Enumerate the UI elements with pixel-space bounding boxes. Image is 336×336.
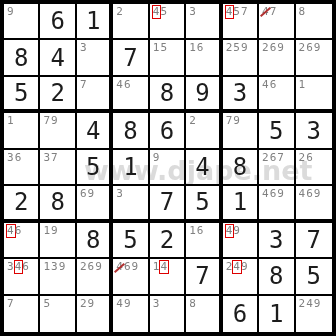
pencil-marks: 9 bbox=[7, 6, 15, 18]
pencil-mark: 5 bbox=[160, 6, 168, 18]
pencil-mark: 4 bbox=[299, 188, 307, 200]
cell-r8c2[interactable]: 139 bbox=[40, 259, 76, 295]
pencil-marks: 36 bbox=[7, 152, 22, 164]
pencil-mark-eliminated: 4 bbox=[262, 6, 270, 18]
cell-r4c5[interactable]: 6 bbox=[150, 113, 186, 149]
pencil-mark: 5 bbox=[43, 298, 51, 310]
cell-r1c9[interactable]: 8 bbox=[296, 4, 332, 40]
cell-r4c6[interactable]: 2 bbox=[186, 113, 222, 149]
cell-r4c4[interactable]: 8 bbox=[113, 113, 149, 149]
pencil-mark: 9 bbox=[88, 298, 96, 310]
pencil-mark: 3 bbox=[51, 261, 59, 273]
pencil-marks: 46 bbox=[7, 225, 22, 237]
pencil-mark: 9 bbox=[124, 298, 132, 310]
pencil-mark: 9 bbox=[314, 298, 322, 310]
cell-r6c7[interactable]: 1 bbox=[223, 186, 259, 222]
solved-digit: 1 bbox=[259, 296, 293, 332]
pencil-mark: 2 bbox=[80, 261, 88, 273]
cell-r8c3[interactable]: 269 bbox=[77, 259, 113, 295]
pencil-mark-eliminated: 4 bbox=[116, 261, 124, 273]
pencil-marks: 79 bbox=[226, 115, 241, 127]
pencil-marks: 469 bbox=[299, 188, 322, 200]
pencil-mark: 2 bbox=[116, 6, 124, 18]
pencil-mark: 9 bbox=[277, 42, 285, 54]
pencil-mark-highlighted: 4 bbox=[233, 261, 241, 273]
pencil-mark: 1 bbox=[189, 225, 197, 237]
pencil-mark: 3 bbox=[43, 152, 51, 164]
pencil-mark: 6 bbox=[270, 188, 278, 200]
cell-r1c1[interactable]: 9 bbox=[4, 4, 40, 40]
pencil-mark: 3 bbox=[7, 152, 15, 164]
pencil-marks: 1 bbox=[7, 115, 15, 127]
pencil-mark: 6 bbox=[15, 225, 23, 237]
pencil-mark: 2 bbox=[299, 42, 307, 54]
cell-r4c1[interactable]: 1 bbox=[4, 113, 40, 149]
pencil-mark: 4 bbox=[262, 79, 270, 91]
solved-digit: 8 bbox=[40, 186, 74, 218]
solved-digit: 2 bbox=[4, 186, 38, 218]
cell-r8c8[interactable]: 8 bbox=[259, 259, 295, 295]
pencil-mark: 9 bbox=[314, 42, 322, 54]
pencil-mark: 3 bbox=[7, 261, 15, 273]
pencil-marks: 46 bbox=[262, 79, 277, 91]
pencil-marks: 29 bbox=[80, 298, 95, 310]
pencil-marks: 14 bbox=[153, 261, 168, 273]
cell-r3c8[interactable]: 46 bbox=[259, 77, 295, 113]
pencil-mark: 6 bbox=[306, 152, 314, 164]
pencil-mark: 6 bbox=[88, 261, 96, 273]
pencil-mark-highlighted: 4 bbox=[7, 225, 15, 237]
pencil-mark: 7 bbox=[43, 115, 51, 127]
cell-r3c7[interactable]: 3 bbox=[223, 77, 259, 113]
pencil-mark: 9 bbox=[233, 225, 241, 237]
pencil-mark-highlighted: 4 bbox=[153, 6, 161, 18]
pencil-marks: 469 bbox=[116, 261, 139, 273]
sudoku-board: 9612453457478843715162592692695274689346… bbox=[0, 0, 336, 336]
cell-r9c8[interactable]: 1 bbox=[259, 296, 295, 332]
solved-digit: 5 bbox=[186, 186, 218, 218]
cell-r1c3[interactable]: 1 bbox=[77, 4, 113, 40]
cell-r8c5[interactable]: 14 bbox=[150, 259, 186, 295]
cell-r8c7[interactable]: 249 bbox=[223, 259, 259, 295]
cell-r5c6[interactable]: 4 bbox=[186, 150, 222, 186]
solved-digit: 3 bbox=[259, 223, 293, 257]
cell-r7c5[interactable]: 2 bbox=[150, 223, 186, 259]
solved-digit: 5 bbox=[296, 259, 332, 293]
cell-r7c8[interactable]: 3 bbox=[259, 223, 295, 259]
pencil-mark: 4 bbox=[116, 79, 124, 91]
pencil-marks: 49 bbox=[226, 225, 241, 237]
pencil-mark: 7 bbox=[226, 115, 234, 127]
solved-digit: 4 bbox=[40, 40, 74, 74]
pencil-mark: 7 bbox=[241, 6, 249, 18]
cell-r2c2[interactable]: 4 bbox=[40, 40, 76, 76]
pencil-mark: 4 bbox=[262, 188, 270, 200]
pencil-marks: 45 bbox=[153, 6, 168, 18]
cell-r5c7[interactable]: 8 bbox=[223, 150, 259, 186]
pencil-marks: 269 bbox=[262, 42, 285, 54]
pencil-mark: 6 bbox=[306, 42, 314, 54]
pencil-marks: 16 bbox=[189, 225, 204, 237]
pencil-marks: 3 bbox=[153, 298, 161, 310]
pencil-mark: 6 bbox=[15, 152, 23, 164]
cell-r5c8[interactable]: 267 bbox=[259, 150, 295, 186]
pencil-mark: 6 bbox=[197, 42, 205, 54]
solved-digit: 8 bbox=[150, 77, 184, 109]
solved-digit: 2 bbox=[150, 223, 184, 257]
pencil-mark: 2 bbox=[262, 42, 270, 54]
sudoku-grid: 9612453457478843715162592692695274689346… bbox=[4, 4, 332, 332]
pencil-mark: 4 bbox=[116, 298, 124, 310]
pencil-mark: 4 bbox=[306, 298, 314, 310]
pencil-marks: 7 bbox=[7, 298, 15, 310]
cell-r6c1[interactable]: 2 bbox=[4, 186, 40, 222]
cell-r9c6[interactable]: 8 bbox=[186, 296, 222, 332]
pencil-mark: 7 bbox=[270, 6, 278, 18]
pencil-mark: 7 bbox=[51, 152, 59, 164]
pencil-marks: 269 bbox=[299, 42, 322, 54]
pencil-mark-highlighted: 4 bbox=[226, 6, 234, 18]
cell-r6c9[interactable]: 469 bbox=[296, 186, 332, 222]
solved-digit: 5 bbox=[4, 77, 38, 109]
solved-digit: 6 bbox=[40, 4, 74, 38]
cell-r2c9[interactable]: 269 bbox=[296, 40, 332, 76]
pencil-marks: 3 bbox=[189, 6, 197, 18]
pencil-mark: 1 bbox=[7, 115, 15, 127]
pencil-mark: 2 bbox=[189, 115, 197, 127]
pencil-marks: 19 bbox=[43, 225, 58, 237]
pencil-mark: 6 bbox=[22, 261, 30, 273]
pencil-mark: 6 bbox=[306, 188, 314, 200]
cell-r3c3[interactable]: 7 bbox=[77, 77, 113, 113]
cell-r7c3[interactable]: 8 bbox=[77, 223, 113, 259]
solved-digit: 7 bbox=[150, 186, 184, 218]
pencil-mark: 9 bbox=[95, 261, 103, 273]
pencil-mark: 2 bbox=[226, 42, 234, 54]
pencil-marks: 79 bbox=[43, 115, 58, 127]
pencil-mark: 1 bbox=[299, 79, 307, 91]
cell-r6c4[interactable]: 3 bbox=[113, 186, 149, 222]
cell-r1c4[interactable]: 2 bbox=[113, 4, 149, 40]
cell-r2c6[interactable]: 16 bbox=[186, 40, 222, 76]
solved-digit: 5 bbox=[77, 150, 109, 184]
solved-digit: 8 bbox=[223, 150, 257, 184]
cell-r5c2[interactable]: 37 bbox=[40, 150, 76, 186]
cell-r6c8[interactable]: 469 bbox=[259, 186, 295, 222]
pencil-mark: 9 bbox=[241, 261, 249, 273]
cell-r8c4[interactable]: 469 bbox=[113, 259, 149, 295]
pencil-mark: 6 bbox=[197, 225, 205, 237]
cell-r6c2[interactable]: 8 bbox=[40, 186, 76, 222]
pencil-mark: 9 bbox=[241, 42, 249, 54]
pencil-mark: 9 bbox=[132, 261, 140, 273]
solved-digit: 8 bbox=[259, 259, 293, 293]
cell-r1c7[interactable]: 457 bbox=[223, 4, 259, 40]
pencil-marks: 3 bbox=[80, 42, 88, 54]
pencil-mark: 6 bbox=[270, 152, 278, 164]
cell-r5c1[interactable]: 36 bbox=[4, 150, 40, 186]
cell-r1c8[interactable]: 47 bbox=[259, 4, 295, 40]
pencil-mark: 7 bbox=[7, 298, 15, 310]
cell-r4c7[interactable]: 79 bbox=[223, 113, 259, 149]
pencil-marks: 3 bbox=[116, 188, 124, 200]
solved-digit: 2 bbox=[40, 77, 74, 109]
cell-r3c4[interactable]: 46 bbox=[113, 77, 149, 113]
pencil-mark: 3 bbox=[153, 298, 161, 310]
pencil-mark: 2 bbox=[299, 298, 307, 310]
pencil-mark: 2 bbox=[226, 261, 234, 273]
cell-r1c2[interactable]: 6 bbox=[40, 4, 76, 40]
pencil-mark: 6 bbox=[80, 188, 88, 200]
cell-r9c3[interactable]: 29 bbox=[77, 296, 113, 332]
pencil-mark: 1 bbox=[153, 261, 161, 273]
pencil-mark: 3 bbox=[80, 42, 88, 54]
pencil-mark: 9 bbox=[88, 188, 96, 200]
pencil-marks: 457 bbox=[226, 6, 249, 18]
pencil-marks: 2 bbox=[116, 6, 124, 18]
pencil-marks: 26 bbox=[299, 152, 314, 164]
pencil-marks: 346 bbox=[7, 261, 30, 273]
solved-digit: 7 bbox=[296, 223, 332, 257]
solved-digit: 8 bbox=[77, 223, 109, 257]
pencil-mark: 8 bbox=[189, 298, 197, 310]
cell-r1c5[interactable]: 45 bbox=[150, 4, 186, 40]
pencil-marks: 16 bbox=[189, 42, 204, 54]
pencil-marks: 1 bbox=[299, 79, 307, 91]
cell-r7c1[interactable]: 46 bbox=[4, 223, 40, 259]
pencil-marks: 46 bbox=[116, 79, 131, 91]
solved-digit: 8 bbox=[113, 113, 147, 147]
pencil-marks: 249 bbox=[226, 261, 249, 273]
pencil-mark: 1 bbox=[43, 225, 51, 237]
pencil-marks: 47 bbox=[262, 6, 277, 18]
solved-digit: 3 bbox=[223, 77, 257, 109]
cell-r9c4[interactable]: 49 bbox=[113, 296, 149, 332]
pencil-mark: 2 bbox=[299, 152, 307, 164]
pencil-mark: 9 bbox=[233, 115, 241, 127]
cell-r3c9[interactable]: 1 bbox=[296, 77, 332, 113]
pencil-mark: 9 bbox=[7, 6, 15, 18]
pencil-mark: 2 bbox=[262, 152, 270, 164]
pencil-mark: 1 bbox=[189, 42, 197, 54]
pencil-mark: 7 bbox=[277, 152, 285, 164]
cell-r8c1[interactable]: 346 bbox=[4, 259, 40, 295]
cell-r5c5[interactable]: 9 bbox=[150, 150, 186, 186]
pencil-marks: 8 bbox=[189, 298, 197, 310]
cell-r3c2[interactable]: 2 bbox=[40, 77, 76, 113]
pencil-mark: 2 bbox=[80, 298, 88, 310]
cell-r4c2[interactable]: 79 bbox=[40, 113, 76, 149]
pencil-marks: 249 bbox=[299, 298, 322, 310]
cell-r5c4[interactable]: 1 bbox=[113, 150, 149, 186]
pencil-mark: 5 bbox=[160, 42, 168, 54]
cell-r4c3[interactable]: 4 bbox=[77, 113, 113, 149]
solved-digit: 4 bbox=[186, 150, 218, 184]
cell-r9c7[interactable]: 6 bbox=[223, 296, 259, 332]
pencil-marks: 469 bbox=[262, 188, 285, 200]
pencil-marks: 5 bbox=[43, 298, 51, 310]
cell-r5c9[interactable]: 26 bbox=[296, 150, 332, 186]
pencil-mark: 5 bbox=[233, 42, 241, 54]
pencil-mark: 6 bbox=[270, 79, 278, 91]
cell-r3c5[interactable]: 8 bbox=[150, 77, 186, 113]
pencil-mark: 6 bbox=[270, 42, 278, 54]
solved-digit: 5 bbox=[259, 113, 293, 147]
pencil-marks: 7 bbox=[80, 79, 88, 91]
pencil-marks: 15 bbox=[153, 42, 168, 54]
cell-r9c9[interactable]: 249 bbox=[296, 296, 332, 332]
pencil-mark: 9 bbox=[51, 225, 59, 237]
pencil-mark: 6 bbox=[124, 261, 132, 273]
pencil-mark: 3 bbox=[189, 6, 197, 18]
pencil-marks: 259 bbox=[226, 42, 249, 54]
solved-digit: 7 bbox=[113, 40, 147, 74]
pencil-mark: 1 bbox=[153, 42, 161, 54]
solved-digit: 5 bbox=[113, 223, 147, 257]
cell-r3c6[interactable]: 9 bbox=[186, 77, 222, 113]
cell-r7c7[interactable]: 49 bbox=[223, 223, 259, 259]
cell-r9c5[interactable]: 3 bbox=[150, 296, 186, 332]
pencil-mark: 9 bbox=[314, 188, 322, 200]
pencil-marks: 267 bbox=[262, 152, 285, 164]
pencil-marks: 9 bbox=[153, 152, 161, 164]
pencil-marks: 269 bbox=[80, 261, 103, 273]
pencil-mark-highlighted: 4 bbox=[15, 261, 23, 273]
solved-digit: 1 bbox=[223, 186, 257, 218]
cell-r5c3[interactable]: 5 bbox=[77, 150, 113, 186]
pencil-mark: 7 bbox=[80, 79, 88, 91]
cell-r6c5[interactable]: 7 bbox=[150, 186, 186, 222]
pencil-mark: 1 bbox=[43, 261, 51, 273]
pencil-mark: 5 bbox=[233, 6, 241, 18]
pencil-marks: 2 bbox=[189, 115, 197, 127]
cell-r6c6[interactable]: 5 bbox=[186, 186, 222, 222]
solved-digit: 1 bbox=[77, 4, 109, 38]
solved-digit: 8 bbox=[4, 40, 38, 74]
cell-r7c9[interactable]: 7 bbox=[296, 223, 332, 259]
cell-r2c1[interactable]: 8 bbox=[4, 40, 40, 76]
cell-r2c4[interactable]: 7 bbox=[113, 40, 149, 76]
cell-r4c9[interactable]: 3 bbox=[296, 113, 332, 149]
cell-r2c7[interactable]: 259 bbox=[223, 40, 259, 76]
pencil-mark-highlighted: 4 bbox=[160, 261, 168, 273]
cell-r3c1[interactable]: 5 bbox=[4, 77, 40, 113]
cell-r7c6[interactable]: 16 bbox=[186, 223, 222, 259]
solved-digit: 7 bbox=[186, 259, 218, 293]
pencil-marks: 37 bbox=[43, 152, 58, 164]
pencil-mark-highlighted: 4 bbox=[226, 225, 234, 237]
pencil-mark: 6 bbox=[124, 79, 132, 91]
pencil-mark: 3 bbox=[116, 188, 124, 200]
solved-digit: 3 bbox=[296, 113, 332, 147]
cell-r4c8[interactable]: 5 bbox=[259, 113, 295, 149]
solved-digit: 4 bbox=[77, 113, 109, 147]
cell-r7c2[interactable]: 19 bbox=[40, 223, 76, 259]
cell-r7c4[interactable]: 5 bbox=[113, 223, 149, 259]
pencil-marks: 49 bbox=[116, 298, 131, 310]
cell-r2c5[interactable]: 15 bbox=[150, 40, 186, 76]
pencil-mark: 9 bbox=[153, 152, 161, 164]
cell-r8c6[interactable]: 7 bbox=[186, 259, 222, 295]
solved-digit: 6 bbox=[223, 296, 257, 332]
cell-r8c9[interactable]: 5 bbox=[296, 259, 332, 295]
solved-digit: 1 bbox=[113, 150, 147, 184]
cell-r6c3[interactable]: 69 bbox=[77, 186, 113, 222]
pencil-marks: 8 bbox=[299, 6, 307, 18]
solved-digit: 6 bbox=[150, 113, 184, 147]
solved-digit: 9 bbox=[186, 77, 218, 109]
cell-r9c2[interactable]: 5 bbox=[40, 296, 76, 332]
pencil-mark: 9 bbox=[51, 115, 59, 127]
pencil-marks: 139 bbox=[43, 261, 66, 273]
cell-r9c1[interactable]: 7 bbox=[4, 296, 40, 332]
pencil-mark: 9 bbox=[59, 261, 67, 273]
cell-r2c3[interactable]: 3 bbox=[77, 40, 113, 76]
pencil-marks: 69 bbox=[80, 188, 95, 200]
pencil-mark: 8 bbox=[299, 6, 307, 18]
pencil-mark: 9 bbox=[277, 188, 285, 200]
cell-r1c6[interactable]: 3 bbox=[186, 4, 222, 40]
cell-r2c8[interactable]: 269 bbox=[259, 40, 295, 76]
